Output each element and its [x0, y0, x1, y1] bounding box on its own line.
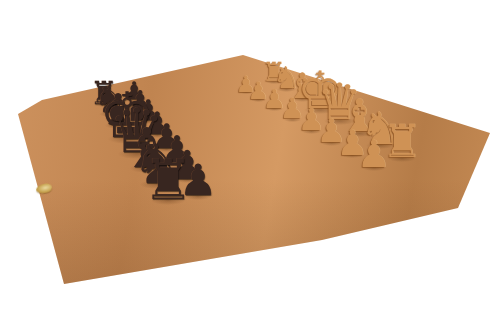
- piece-white-pawn-a2[interactable]: ♟: [351, 136, 396, 174]
- chess-set-photo: ♜♞♟♝♟♟♜♟♟♚♞♟♛♟♝♟♝♟♚♟♞♟♛♟♜♟♟♝♟♞♟♜: [0, 0, 500, 325]
- piece-black-rook-a8[interactable]: ♜: [134, 152, 201, 208]
